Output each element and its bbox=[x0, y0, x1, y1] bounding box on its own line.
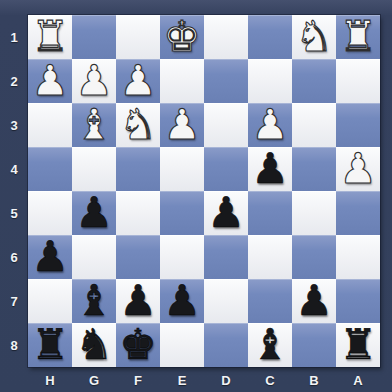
white-bishop-piece: ♝ bbox=[75, 103, 113, 147]
square-g4[interactable] bbox=[72, 147, 116, 191]
black-pawn-piece: ♟ bbox=[119, 279, 157, 323]
white-pawn-piece: ♟ bbox=[339, 147, 377, 191]
square-c2[interactable] bbox=[248, 59, 292, 103]
black-rook-piece: ♜ bbox=[31, 323, 69, 367]
square-d5[interactable]: ♟ bbox=[204, 191, 248, 235]
black-rook-piece: ♜ bbox=[339, 323, 377, 367]
square-b4[interactable] bbox=[292, 147, 336, 191]
square-g2[interactable]: ♟ bbox=[72, 59, 116, 103]
square-f6[interactable] bbox=[116, 235, 160, 279]
square-e2[interactable] bbox=[160, 59, 204, 103]
black-pawn-piece: ♟ bbox=[295, 279, 333, 323]
square-d4[interactable] bbox=[204, 147, 248, 191]
square-a6[interactable] bbox=[336, 235, 380, 279]
black-pawn-piece: ♟ bbox=[75, 191, 113, 235]
white-king-piece: ♚ bbox=[163, 15, 201, 59]
rank-label-7: 7 bbox=[0, 279, 28, 323]
file-label-f: F bbox=[116, 368, 160, 392]
rank-label-8: 8 bbox=[0, 323, 28, 367]
square-h5[interactable] bbox=[28, 191, 72, 235]
black-bishop-piece: ♝ bbox=[75, 279, 113, 323]
square-b1[interactable]: ♞ bbox=[292, 15, 336, 59]
square-h4[interactable] bbox=[28, 147, 72, 191]
square-f1[interactable] bbox=[116, 15, 160, 59]
white-knight-piece: ♞ bbox=[119, 103, 157, 147]
square-b8[interactable] bbox=[292, 323, 336, 367]
rank-label-3: 3 bbox=[0, 103, 28, 147]
black-king-piece: ♚ bbox=[119, 323, 157, 367]
rank-label-6: 6 bbox=[0, 235, 28, 279]
square-a2[interactable] bbox=[336, 59, 380, 103]
square-f7[interactable]: ♟ bbox=[116, 279, 160, 323]
white-knight-piece: ♞ bbox=[295, 15, 333, 59]
file-label-a: A bbox=[336, 368, 380, 392]
square-h3[interactable] bbox=[28, 103, 72, 147]
white-pawn-piece: ♟ bbox=[119, 59, 157, 103]
file-label-d: D bbox=[204, 368, 248, 392]
rank-label-5: 5 bbox=[0, 191, 28, 235]
chess-diagram-panel: ♜♚♞♜♟♟♟♝♞♟♟♟♟♟♟♟♝♟♟♟♜♞♚♝♜ 12345678 HGFED… bbox=[0, 0, 392, 392]
square-d1[interactable] bbox=[204, 15, 248, 59]
square-c8[interactable]: ♝ bbox=[248, 323, 292, 367]
square-g3[interactable]: ♝ bbox=[72, 103, 116, 147]
square-a7[interactable] bbox=[336, 279, 380, 323]
square-c7[interactable] bbox=[248, 279, 292, 323]
square-f2[interactable]: ♟ bbox=[116, 59, 160, 103]
square-e1[interactable]: ♚ bbox=[160, 15, 204, 59]
white-pawn-piece: ♟ bbox=[163, 103, 201, 147]
square-h8[interactable]: ♜ bbox=[28, 323, 72, 367]
square-b2[interactable] bbox=[292, 59, 336, 103]
square-c4[interactable]: ♟ bbox=[248, 147, 292, 191]
black-bishop-piece: ♝ bbox=[251, 323, 289, 367]
rank-label-2: 2 bbox=[0, 59, 28, 103]
black-pawn-piece: ♟ bbox=[251, 147, 289, 191]
square-g1[interactable] bbox=[72, 15, 116, 59]
rank-label-1: 1 bbox=[0, 15, 28, 59]
square-e6[interactable] bbox=[160, 235, 204, 279]
file-label-c: C bbox=[248, 368, 292, 392]
square-g6[interactable] bbox=[72, 235, 116, 279]
black-pawn-piece: ♟ bbox=[31, 235, 69, 279]
file-label-h: H bbox=[28, 368, 72, 392]
square-c1[interactable] bbox=[248, 15, 292, 59]
square-b6[interactable] bbox=[292, 235, 336, 279]
square-a8[interactable]: ♜ bbox=[336, 323, 380, 367]
file-label-g: G bbox=[72, 368, 116, 392]
square-d7[interactable] bbox=[204, 279, 248, 323]
square-a5[interactable] bbox=[336, 191, 380, 235]
square-d2[interactable] bbox=[204, 59, 248, 103]
white-pawn-piece: ♟ bbox=[31, 59, 69, 103]
square-c6[interactable] bbox=[248, 235, 292, 279]
square-d6[interactable] bbox=[204, 235, 248, 279]
square-h2[interactable]: ♟ bbox=[28, 59, 72, 103]
square-f8[interactable]: ♚ bbox=[116, 323, 160, 367]
white-pawn-piece: ♟ bbox=[75, 59, 113, 103]
square-c5[interactable] bbox=[248, 191, 292, 235]
black-knight-piece: ♞ bbox=[75, 323, 113, 367]
square-h1[interactable]: ♜ bbox=[28, 15, 72, 59]
black-pawn-piece: ♟ bbox=[163, 279, 201, 323]
square-h7[interactable] bbox=[28, 279, 72, 323]
square-e5[interactable] bbox=[160, 191, 204, 235]
white-rook-piece: ♜ bbox=[31, 15, 69, 59]
file-label-b: B bbox=[292, 368, 336, 392]
square-a4[interactable]: ♟ bbox=[336, 147, 380, 191]
square-d3[interactable] bbox=[204, 103, 248, 147]
square-g7[interactable]: ♝ bbox=[72, 279, 116, 323]
square-a1[interactable]: ♜ bbox=[336, 15, 380, 59]
square-f4[interactable] bbox=[116, 147, 160, 191]
white-rook-piece: ♜ bbox=[339, 15, 377, 59]
square-f3[interactable]: ♞ bbox=[116, 103, 160, 147]
square-b7[interactable]: ♟ bbox=[292, 279, 336, 323]
square-b3[interactable] bbox=[292, 103, 336, 147]
square-c3[interactable]: ♟ bbox=[248, 103, 292, 147]
square-e7[interactable]: ♟ bbox=[160, 279, 204, 323]
square-g8[interactable]: ♞ bbox=[72, 323, 116, 367]
square-e3[interactable]: ♟ bbox=[160, 103, 204, 147]
square-b5[interactable] bbox=[292, 191, 336, 235]
square-f5[interactable] bbox=[116, 191, 160, 235]
white-pawn-piece: ♟ bbox=[251, 103, 289, 147]
black-pawn-piece: ♟ bbox=[207, 191, 245, 235]
square-h6[interactable]: ♟ bbox=[28, 235, 72, 279]
square-a3[interactable] bbox=[336, 103, 380, 147]
file-label-e: E bbox=[160, 368, 204, 392]
chess-board: ♜♚♞♜♟♟♟♝♞♟♟♟♟♟♟♟♝♟♟♟♜♞♚♝♜ bbox=[28, 15, 380, 367]
square-d8[interactable] bbox=[204, 323, 248, 367]
rank-label-4: 4 bbox=[0, 147, 28, 191]
square-e4[interactable] bbox=[160, 147, 204, 191]
square-e8[interactable] bbox=[160, 323, 204, 367]
square-g5[interactable]: ♟ bbox=[72, 191, 116, 235]
